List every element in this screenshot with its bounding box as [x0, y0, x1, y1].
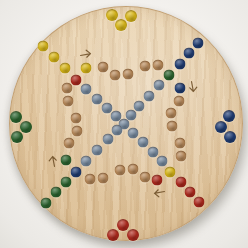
hole-diag-nesw-14-green[interactable] — [51, 187, 62, 198]
hole-track-17-wood_hole[interactable] — [85, 174, 96, 185]
hole-track-22-wood_hole[interactable] — [63, 96, 74, 107]
hole-base-green-west-1[interactable] — [20, 121, 32, 133]
hole-track-19-wood_hole[interactable] — [64, 138, 75, 149]
hole-track-5-wood_hole[interactable] — [153, 60, 164, 71]
hole-base-red-south-0[interactable] — [117, 219, 129, 231]
hole-diag-nesw-0-blue[interactable] — [193, 38, 204, 49]
hole-diag-nwse-0-yellow[interactable] — [38, 41, 49, 52]
hole-diag-nwse-1-yellow[interactable] — [49, 52, 60, 63]
hole-track-12-red[interactable] — [152, 175, 163, 186]
arrow-se-clockwise-west — [152, 186, 166, 200]
hole-base-blue-east-0[interactable] — [223, 110, 235, 122]
hole-track-3-wood_hole[interactable] — [123, 69, 134, 80]
hole-track-14-wood_hole[interactable] — [128, 164, 139, 175]
hole-diag-nesw-4-slate[interactable] — [154, 80, 165, 91]
hole-track-21-wood_hole[interactable] — [71, 113, 82, 124]
hole-base-yellow-north-1[interactable] — [125, 10, 137, 22]
hole-base-blue-east-2[interactable] — [224, 131, 236, 143]
hole-diag-nesw-3-green[interactable] — [164, 70, 175, 81]
hole-diag-nwse-15-red[interactable] — [185, 187, 196, 198]
hole-diag-nesw-5-slate[interactable] — [144, 91, 155, 102]
hole-diag-nwse-12-slate[interactable] — [157, 156, 168, 167]
hole-diag-nesw-7-slate[interactable] — [126, 110, 137, 121]
hole-diag-nwse-13-yellow[interactable] — [165, 167, 176, 178]
arrow-sw-clockwise-north — [46, 154, 60, 168]
hole-track-11-wood_hole[interactable] — [176, 151, 187, 162]
hole-diag-nwse-16-red[interactable] — [194, 197, 205, 208]
hole-diag-nesw-8-slate[interactable] — [112, 125, 123, 136]
hole-track-20-wood_hole[interactable] — [72, 126, 83, 137]
hole-diag-nesw-1-blue[interactable] — [184, 48, 195, 59]
hole-base-red-south-2[interactable] — [127, 229, 139, 241]
hole-base-blue-east-1[interactable] — [215, 121, 227, 133]
hole-track-18-green[interactable] — [61, 155, 72, 166]
hole-track-15-wood_hole[interactable] — [115, 165, 126, 176]
hole-base-red-south-1[interactable] — [107, 229, 119, 241]
hole-diag-nwse-11-slate[interactable] — [148, 147, 159, 158]
hole-diag-nesw-12-blue[interactable] — [71, 167, 82, 178]
hole-track-0-yellow[interactable] — [81, 63, 92, 74]
hole-track-16-wood_hole[interactable] — [98, 173, 109, 184]
hole-diag-nesw-2-blue[interactable] — [175, 59, 186, 70]
hole-diag-nwse-4-slate[interactable] — [81, 84, 92, 95]
hole-track-8-wood_hole[interactable] — [166, 108, 177, 119]
hole-diag-nwse-10-slate[interactable] — [138, 137, 149, 148]
hole-base-yellow-north-2[interactable] — [115, 19, 127, 31]
hole-track-10-wood_hole[interactable] — [175, 138, 186, 149]
hole-diag-nesw-6-slate[interactable] — [134, 101, 145, 112]
hole-diag-nwse-5-slate[interactable] — [92, 94, 103, 105]
hole-track-7-wood_hole[interactable] — [174, 96, 185, 107]
hole-diag-nwse-9-slate[interactable] — [128, 128, 139, 139]
hole-track-4-wood_hole[interactable] — [140, 61, 151, 72]
hole-diag-nwse-3-red[interactable] — [71, 75, 82, 86]
holes-layer — [0, 0, 248, 248]
hole-base-yellow-north-0[interactable] — [106, 9, 118, 21]
hole-track-6-blue[interactable] — [175, 83, 186, 94]
photo-backdrop — [0, 0, 248, 248]
hole-base-green-west-2[interactable] — [11, 131, 23, 143]
hole-base-green-west-0[interactable] — [10, 111, 22, 123]
hole-track-13-wood_hole[interactable] — [140, 172, 151, 183]
hole-track-2-wood_hole[interactable] — [110, 70, 121, 81]
hole-diag-nwse-2-yellow[interactable] — [60, 63, 71, 74]
hole-track-1-wood_hole[interactable] — [98, 62, 109, 73]
hole-diag-nesw-10-slate[interactable] — [92, 145, 103, 156]
hole-diag-nesw-13-green[interactable] — [61, 177, 72, 188]
hole-diag-nesw-15-green[interactable] — [41, 198, 52, 209]
hole-diag-nwse-14-red[interactable] — [176, 177, 187, 188]
arrow-ne-clockwise-south — [186, 80, 200, 94]
arrow-nw-clockwise-east — [79, 47, 93, 61]
hole-track-9-wood_hole[interactable] — [167, 121, 178, 132]
hole-diag-nesw-9-slate[interactable] — [103, 134, 114, 145]
hole-track-23-wood_hole[interactable] — [62, 83, 73, 94]
hole-diag-nesw-11-slate[interactable] — [81, 156, 92, 167]
